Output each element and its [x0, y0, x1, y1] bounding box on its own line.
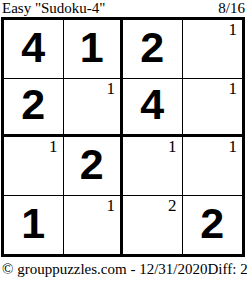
cell-r4c4[interactable]: 2	[183, 196, 243, 255]
pencil-mark: 1	[229, 137, 238, 156]
cell-r1c2[interactable]: 1	[64, 20, 124, 79]
header: Easy "Sudoku-4" 8/16	[2, 0, 245, 17]
cell-r4c3[interactable]: 2	[123, 196, 183, 255]
footer: © grouppuzzles.com - 12/31/2020 Diff: 2 …	[2, 261, 245, 278]
cell-r3c1[interactable]: 1	[4, 137, 64, 196]
cell-value: 4	[140, 83, 164, 129]
cell-value: 2	[200, 202, 224, 248]
pencil-mark: 1	[107, 196, 116, 215]
cell-r1c1[interactable]: 4	[4, 20, 64, 79]
cell-value: 2	[80, 143, 104, 189]
cell-r2c2[interactable]: 1	[64, 79, 124, 138]
cell-r3c3[interactable]: 1	[123, 137, 183, 196]
pencil-mark: 1	[229, 20, 238, 39]
puzzle-title: Easy "Sudoku-4"	[2, 0, 106, 17]
difficulty-text: Diff: 2 / 71	[208, 261, 247, 278]
pencil-mark: 1	[49, 137, 58, 156]
cell-r1c3[interactable]: 2	[123, 20, 183, 79]
cell-r4c1[interactable]: 1	[4, 196, 64, 255]
cell-r1c4[interactable]: 1	[183, 20, 243, 79]
cell-value: 4	[21, 26, 45, 72]
cell-r2c4[interactable]: 1	[183, 79, 243, 138]
cell-r2c3[interactable]: 4	[123, 79, 183, 138]
pencil-mark: 2	[168, 196, 177, 215]
cell-r3c4[interactable]: 1	[183, 137, 243, 196]
progress-counter: 8/16	[218, 0, 245, 17]
cell-value: 1	[21, 202, 45, 248]
cell-value: 2	[140, 26, 164, 72]
cell-value: 1	[80, 26, 104, 72]
cell-r3c2[interactable]: 2	[64, 137, 124, 196]
cell-value: 2	[21, 83, 45, 129]
copyright-text: © grouppuzzles.com - 12/31/2020	[2, 261, 208, 278]
sudoku-grid: 4121214112111122	[1, 17, 245, 257]
pencil-mark: 1	[168, 137, 177, 156]
cell-r2c1[interactable]: 2	[4, 79, 64, 138]
pencil-mark: 1	[107, 79, 116, 98]
cell-r4c2[interactable]: 1	[64, 196, 124, 255]
pencil-mark: 1	[229, 79, 238, 98]
